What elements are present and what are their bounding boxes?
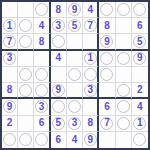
cell-r5c3[interactable] — [34, 67, 50, 83]
cell-r6c9[interactable]: 2 — [132, 83, 148, 99]
cell-r6c1[interactable]: 8 — [2, 83, 18, 99]
odd-marker-circle: 5 — [52, 117, 65, 130]
odd-marker-circle — [19, 84, 32, 97]
cell-r6c2[interactable] — [18, 83, 34, 99]
cell-r3c9[interactable]: 5 — [132, 34, 148, 50]
odd-marker-circle: 3 — [84, 84, 97, 97]
cell-r3c4[interactable] — [51, 34, 67, 50]
cell-r1c1[interactable] — [2, 2, 18, 18]
cell-r7c7[interactable]: 6 — [99, 99, 115, 115]
cell-r7c6[interactable] — [83, 99, 99, 115]
cell-r9c9[interactable] — [132, 132, 148, 148]
cell-r8c6[interactable]: 8 — [83, 116, 99, 132]
sudoku-puzzle: 894143578678953419893293642653871649 — [0, 0, 150, 150]
odd-marker-circle — [19, 19, 32, 32]
cell-r6c3[interactable] — [34, 83, 50, 99]
given-digit: 3 — [7, 53, 13, 63]
odd-marker-circle: 1 — [133, 117, 146, 130]
given-digit: 2 — [7, 118, 13, 128]
sudoku-board: 894143578678953419893293642653871649 — [0, 0, 150, 150]
cell-r8c8[interactable] — [116, 116, 132, 132]
cell-r2c3[interactable]: 4 — [34, 18, 50, 34]
odd-marker-circle — [68, 100, 81, 113]
odd-marker-circle — [117, 100, 130, 113]
cell-r8c1[interactable]: 2 — [2, 116, 18, 132]
given-digit: 7 — [87, 20, 93, 30]
odd-marker-circle — [52, 35, 65, 48]
cell-r2c6[interactable]: 7 — [83, 18, 99, 34]
cell-r8c9[interactable]: 1 — [132, 116, 148, 132]
given-digit: 7 — [7, 36, 13, 46]
odd-marker-circle: 3 — [35, 100, 48, 113]
odd-marker-circle: 7 — [100, 117, 113, 130]
cell-r5c7[interactable] — [99, 67, 115, 83]
cell-r7c2[interactable] — [18, 99, 34, 115]
cell-r3c2[interactable] — [18, 34, 34, 50]
odd-marker-circle — [133, 3, 146, 16]
odd-marker-circle — [117, 3, 130, 16]
cell-r8c7[interactable]: 7 — [99, 116, 115, 132]
cell-r8c3[interactable]: 6 — [34, 116, 50, 132]
odd-marker-circle — [68, 68, 81, 81]
cell-r8c5[interactable]: 3 — [67, 116, 83, 132]
odd-marker-circle: 5 — [68, 19, 81, 32]
given-digit: 3 — [39, 101, 45, 111]
odd-marker-circle — [19, 68, 32, 81]
cell-r2c9[interactable]: 6 — [132, 18, 148, 34]
given-digit: 4 — [72, 134, 78, 144]
odd-marker-circle — [100, 68, 113, 81]
cell-r4c4[interactable]: 4 — [51, 51, 67, 67]
cell-r1c8[interactable] — [116, 2, 132, 18]
cell-r6c8[interactable] — [116, 83, 132, 99]
cell-r4c1[interactable]: 3 — [2, 51, 18, 67]
cell-r3c5[interactable] — [67, 34, 83, 50]
odd-marker-circle — [52, 100, 65, 113]
given-digit: 7 — [104, 118, 110, 128]
cell-r2c7[interactable]: 8 — [99, 18, 115, 34]
cell-r5c5[interactable] — [67, 67, 83, 83]
given-digit: 8 — [55, 4, 61, 14]
cell-r1c4[interactable]: 8 — [51, 2, 67, 18]
cell-r9c7[interactable] — [99, 132, 115, 148]
cell-r4c5[interactable] — [67, 51, 83, 67]
given-digit: 6 — [39, 118, 45, 128]
cell-r1c5[interactable]: 9 — [67, 2, 83, 18]
cell-r5c6[interactable] — [83, 67, 99, 83]
odd-marker-circle: 3 — [68, 117, 81, 130]
cell-r7c3[interactable]: 3 — [34, 99, 50, 115]
given-digit: 1 — [7, 20, 13, 30]
odd-marker-circle — [35, 84, 48, 97]
odd-marker-circle: 1 — [84, 52, 97, 65]
cell-r7c9[interactable]: 4 — [132, 99, 148, 115]
cell-r4c6[interactable]: 1 — [83, 51, 99, 67]
cell-r4c2[interactable] — [18, 51, 34, 67]
odd-marker-circle: 9 — [84, 133, 97, 146]
given-digit: 8 — [87, 118, 93, 128]
cell-r3c7[interactable]: 9 — [99, 34, 115, 50]
odd-marker-circle: 7 — [84, 19, 97, 32]
given-digit: 8 — [104, 20, 110, 30]
given-digit: 9 — [87, 134, 93, 144]
cell-r9c1[interactable] — [2, 132, 18, 148]
odd-marker-circle: 9 — [3, 100, 16, 113]
given-digit: 8 — [7, 85, 13, 95]
given-digit: 6 — [137, 20, 143, 30]
odd-marker-circle — [100, 52, 113, 65]
odd-marker-circle: 3 — [52, 19, 65, 32]
odd-marker-circle — [117, 117, 130, 130]
cell-r9c3[interactable] — [34, 132, 50, 148]
odd-marker-circle — [19, 35, 32, 48]
given-digit: 1 — [137, 118, 143, 128]
odd-marker-circle: 9 — [68, 3, 81, 16]
odd-marker-circle — [117, 84, 130, 97]
cell-r1c7[interactable] — [99, 2, 115, 18]
given-digit: 9 — [104, 36, 110, 46]
cell-r3c3[interactable]: 8 — [34, 34, 50, 50]
cell-r7c4[interactable] — [51, 99, 67, 115]
given-digit: 3 — [87, 85, 93, 95]
odd-marker-circle: 9 — [100, 35, 113, 48]
given-digit: 9 — [72, 4, 78, 14]
odd-marker-circle — [3, 133, 16, 146]
cell-r9c4[interactable]: 6 — [51, 132, 67, 148]
cell-r9c2[interactable] — [18, 132, 34, 148]
odd-marker-circle: 9 — [133, 52, 146, 65]
cell-r4c8[interactable] — [116, 51, 132, 67]
given-digit: 1 — [87, 53, 93, 63]
cell-r1c6[interactable]: 4 — [83, 2, 99, 18]
odd-marker-circle: 7 — [3, 35, 16, 48]
odd-marker-circle: 9 — [52, 84, 65, 97]
odd-marker-circle: 3 — [3, 52, 16, 65]
cell-r4c7[interactable] — [99, 51, 115, 67]
given-digit: 6 — [55, 134, 61, 144]
odd-marker-circle — [35, 133, 48, 146]
given-digit: 5 — [72, 20, 78, 30]
odd-marker-circle — [35, 3, 48, 16]
cell-r6c4[interactable]: 9 — [51, 83, 67, 99]
cell-r1c3[interactable] — [34, 2, 50, 18]
cell-r7c1[interactable]: 9 — [2, 99, 18, 115]
cell-r4c3[interactable] — [34, 51, 50, 67]
given-digit: 6 — [104, 101, 110, 111]
odd-marker-circle — [35, 68, 48, 81]
given-digit: 9 — [137, 53, 143, 63]
odd-marker-circle: 5 — [133, 35, 146, 48]
odd-marker-circle — [117, 52, 130, 65]
cell-r6c6[interactable]: 3 — [83, 83, 99, 99]
odd-marker-circle — [19, 133, 32, 146]
given-digit: 5 — [55, 118, 61, 128]
cell-r2c2[interactable] — [18, 18, 34, 34]
cell-r7c5[interactable] — [67, 99, 83, 115]
odd-marker-circle — [100, 3, 113, 16]
cell-r9c5[interactable]: 4 — [67, 132, 83, 148]
cell-r5c2[interactable] — [18, 67, 34, 83]
given-digit: 4 — [137, 101, 143, 111]
odd-marker-circle — [84, 68, 97, 81]
cell-r3c1[interactable]: 7 — [2, 34, 18, 50]
given-digit: 3 — [55, 20, 61, 30]
given-digit: 5 — [137, 36, 143, 46]
given-digit: 9 — [55, 85, 61, 95]
given-digit: 8 — [39, 36, 45, 46]
cell-r5c9[interactable] — [132, 67, 148, 83]
cell-r6c7[interactable] — [99, 83, 115, 99]
cell-r1c2[interactable] — [18, 2, 34, 18]
cell-r5c1[interactable] — [2, 67, 18, 83]
cell-r1c9[interactable] — [132, 2, 148, 18]
given-digit: 4 — [87, 4, 93, 14]
cell-r9c8[interactable] — [116, 132, 132, 148]
cell-r3c6[interactable] — [83, 34, 99, 50]
cell-r7c8[interactable] — [116, 99, 132, 115]
cell-r8c4[interactable]: 5 — [51, 116, 67, 132]
given-digit: 9 — [7, 101, 13, 111]
cell-r6c5[interactable] — [67, 83, 83, 99]
cell-r8c2[interactable] — [18, 116, 34, 132]
cell-r3c8[interactable] — [116, 34, 132, 50]
given-digit: 4 — [39, 20, 45, 30]
cell-r2c1[interactable]: 1 — [2, 18, 18, 34]
cell-r5c8[interactable] — [116, 67, 132, 83]
odd-marker-circle: 1 — [3, 19, 16, 32]
cell-r4c9[interactable]: 9 — [132, 51, 148, 67]
cell-r2c5[interactable]: 5 — [67, 18, 83, 34]
given-digit: 3 — [72, 118, 78, 128]
cell-r2c8[interactable] — [116, 18, 132, 34]
cell-r5c4[interactable] — [51, 67, 67, 83]
cell-r9c6[interactable]: 9 — [83, 132, 99, 148]
given-digit: 2 — [137, 85, 143, 95]
given-digit: 4 — [55, 53, 61, 63]
cell-r2c4[interactable]: 3 — [51, 18, 67, 34]
odd-marker-circle — [133, 133, 146, 146]
